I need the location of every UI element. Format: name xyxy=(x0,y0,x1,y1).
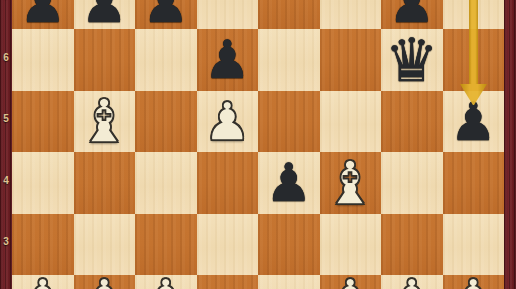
square-f4[interactable]: ♝ xyxy=(320,152,382,214)
square-b3[interactable] xyxy=(74,214,136,276)
rank-label-3: 3 xyxy=(0,237,12,247)
square-b4[interactable] xyxy=(74,152,136,214)
square-h6[interactable] xyxy=(443,29,505,91)
square-c6[interactable] xyxy=(135,29,197,91)
square-g3[interactable] xyxy=(381,214,443,276)
square-e6[interactable] xyxy=(258,29,320,91)
square-f7[interactable] xyxy=(320,0,382,29)
square-e3[interactable] xyxy=(258,214,320,276)
square-a2[interactable]: ♟ xyxy=(12,275,74,289)
square-d2[interactable] xyxy=(197,275,259,289)
black-queen-g6: ♛ xyxy=(381,29,443,91)
square-a4[interactable] xyxy=(12,152,74,214)
square-a7[interactable]: ♟ xyxy=(12,0,74,29)
chess-board: ♟♟♟♟♟♛♝♟♟♟♝♟♟♟♟♟♟ xyxy=(12,0,504,289)
square-d5[interactable]: ♟ xyxy=(197,91,259,153)
rank-label-5: 5 xyxy=(0,114,12,124)
square-c4[interactable] xyxy=(135,152,197,214)
square-e2[interactable] xyxy=(258,275,320,289)
black-pawn-h5: ♟ xyxy=(443,91,505,153)
square-a6[interactable] xyxy=(12,29,74,91)
square-g6[interactable]: ♛ xyxy=(381,29,443,91)
square-d3[interactable] xyxy=(197,214,259,276)
square-f6[interactable] xyxy=(320,29,382,91)
square-e5[interactable] xyxy=(258,91,320,153)
square-c2[interactable]: ♟ xyxy=(135,275,197,289)
square-g4[interactable] xyxy=(381,152,443,214)
square-b2[interactable]: ♟ xyxy=(74,275,136,289)
square-b7[interactable]: ♟ xyxy=(74,0,136,29)
square-f2[interactable]: ♟ xyxy=(320,275,382,289)
square-f3[interactable] xyxy=(320,214,382,276)
black-pawn-e4: ♟ xyxy=(258,152,320,214)
square-g5[interactable] xyxy=(381,91,443,153)
black-pawn-d6: ♟ xyxy=(197,29,259,91)
rank-label-4: 4 xyxy=(0,176,12,186)
white-pawn-d5: ♟ xyxy=(197,91,259,153)
board-frame-right xyxy=(504,0,516,289)
square-h2[interactable]: ♟ xyxy=(443,275,505,289)
square-d6[interactable]: ♟ xyxy=(197,29,259,91)
square-b5[interactable]: ♝ xyxy=(74,91,136,153)
square-e4[interactable]: ♟ xyxy=(258,152,320,214)
square-c7[interactable]: ♟ xyxy=(135,0,197,29)
square-c3[interactable] xyxy=(135,214,197,276)
square-g2[interactable]: ♟ xyxy=(381,275,443,289)
square-b6[interactable] xyxy=(74,29,136,91)
square-e7[interactable] xyxy=(258,0,320,29)
square-h5[interactable]: ♟ xyxy=(443,91,505,153)
square-g7[interactable]: ♟ xyxy=(381,0,443,29)
square-f5[interactable] xyxy=(320,91,382,153)
square-h3[interactable] xyxy=(443,214,505,276)
rank-label-6: 6 xyxy=(0,53,12,63)
square-a5[interactable] xyxy=(12,91,74,153)
square-a3[interactable] xyxy=(12,214,74,276)
square-d7[interactable] xyxy=(197,0,259,29)
white-bishop-b5: ♝ xyxy=(74,91,136,153)
white-bishop-f4: ♝ xyxy=(320,152,382,214)
square-h4[interactable] xyxy=(443,152,505,214)
rank-label-7: 7 xyxy=(0,0,12,1)
square-c5[interactable] xyxy=(135,91,197,153)
square-d4[interactable] xyxy=(197,152,259,214)
square-h7[interactable] xyxy=(443,0,505,29)
chess-board-screenshot: ♟♟♟♟♟♛♝♟♟♟♝♟♟♟♟♟♟ 765432 xyxy=(0,0,516,289)
